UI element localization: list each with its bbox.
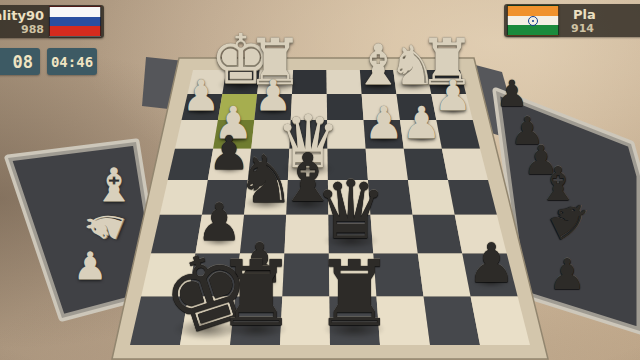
player-banner-left[interactable]: nality90 988 (0, 5, 104, 38)
russia-flag-icon (49, 6, 101, 37)
player-rating-left: 988 (21, 23, 44, 36)
chess-game-screen: ♚♜♝♞♜♟♟♟♟♟♟♛♟♞♝♟♛♟♟♚♜♜♝♞♟♟♟♟♝♞♟ nality90… (0, 0, 640, 360)
clock-right: 04:46 (47, 48, 97, 75)
piece-black-rook[interactable]: ♜ (314, 250, 395, 341)
square[interactable] (408, 180, 455, 215)
piece-black-pawn[interactable]: ♟ (467, 235, 516, 289)
player-banner-right[interactable]: Pla 914 (504, 4, 640, 37)
ashoka-chakra-icon (528, 16, 538, 26)
piece-black-rook[interactable]: ♜ (215, 250, 296, 341)
square[interactable] (442, 149, 488, 180)
square[interactable] (168, 149, 213, 180)
player-name-left: nality90 (0, 8, 44, 23)
captured-black-pawn: ♟ (548, 254, 586, 296)
clock-left: 08 (0, 48, 40, 75)
piece-white-pawn[interactable]: ♟ (402, 101, 442, 145)
captured-white-pawn: ♟ (73, 247, 107, 285)
piece-white-pawn[interactable]: ♟ (364, 101, 404, 145)
square[interactable] (404, 149, 448, 180)
square[interactable] (436, 120, 480, 149)
captured-black-pawn: ♟ (496, 76, 528, 112)
piece-black-queen[interactable]: ♛ (314, 170, 386, 251)
square[interactable] (418, 253, 471, 296)
india-flag-icon (507, 5, 559, 36)
square[interactable] (413, 215, 463, 254)
player-rating-right: 914 (571, 22, 594, 35)
square[interactable] (424, 296, 480, 344)
player-name-right: Pla (573, 7, 596, 22)
